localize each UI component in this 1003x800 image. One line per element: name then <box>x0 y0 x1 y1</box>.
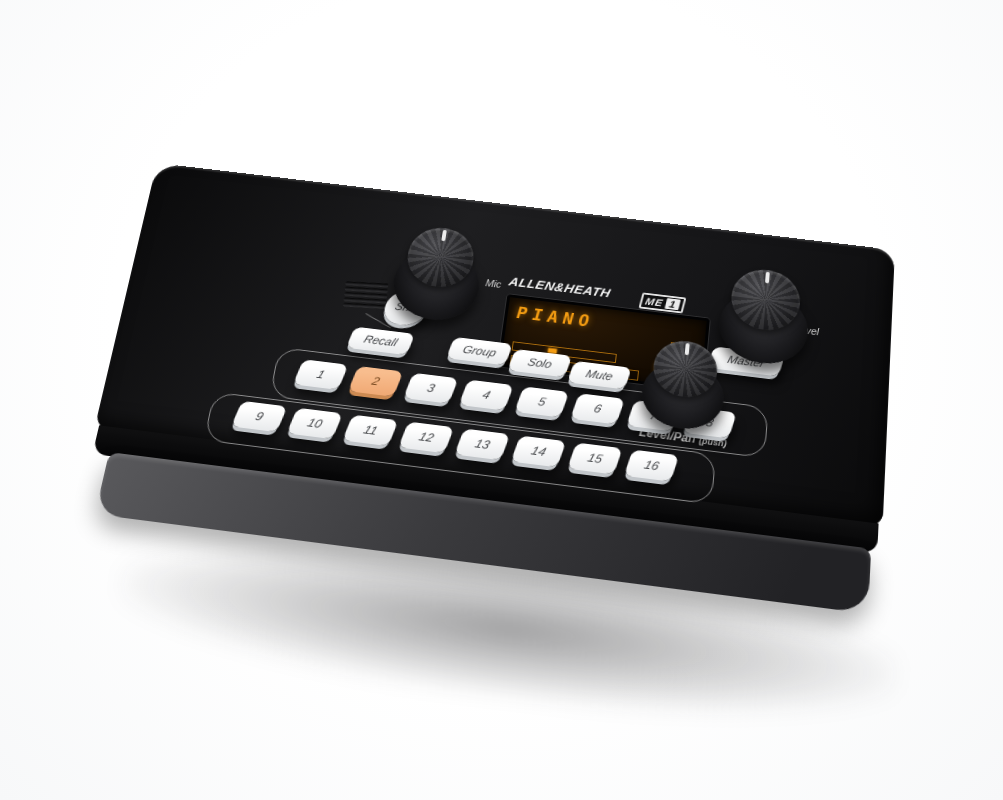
channel-key-16[interactable]: 16 <box>624 450 679 482</box>
level-pan-knob-notch <box>685 343 690 355</box>
recall-button[interactable]: Recall <box>346 327 415 356</box>
model-badge-digit: 1 <box>664 298 680 310</box>
mic-grille <box>343 281 388 307</box>
phones-level-knob[interactable] <box>716 265 811 369</box>
channel-key-15[interactable]: 15 <box>567 443 622 475</box>
product-photo-scene: ALLEN&HEATH ME 1 PIANO <box>0 0 1003 800</box>
channel-key-13[interactable]: 13 <box>454 429 510 461</box>
channel-key-14[interactable]: 14 <box>511 436 567 468</box>
channel-key-4[interactable]: 4 <box>459 380 514 411</box>
channel-key-5[interactable]: 5 <box>514 386 569 417</box>
mic-knob-notch <box>441 230 447 242</box>
model-badge-prefix: ME <box>644 296 665 309</box>
push-label: (push) <box>698 436 727 449</box>
phones-level-knob-notch <box>765 272 770 284</box>
mic-knob[interactable] <box>388 223 487 324</box>
mic-label: Mic <box>485 277 502 289</box>
level-pan-knob[interactable] <box>639 337 729 434</box>
channel-key-6[interactable]: 6 <box>570 393 625 424</box>
